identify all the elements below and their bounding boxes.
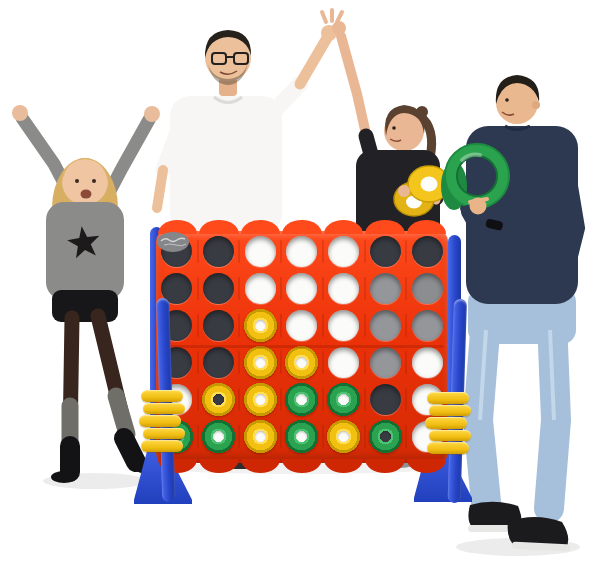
stacked-yellow-ring[interactable] [425, 417, 467, 429]
scallop-bump [407, 459, 446, 473]
hole [286, 236, 317, 267]
hole [328, 347, 359, 378]
cell-r5c5[interactable] [323, 381, 365, 418]
hole [245, 236, 276, 267]
yellow-ring[interactable] [243, 308, 278, 343]
hole [245, 273, 276, 304]
cell-r2c4[interactable] [281, 270, 323, 307]
cell-r4c3[interactable] [239, 344, 281, 381]
stacked-yellow-ring[interactable] [143, 428, 185, 440]
hole [370, 421, 401, 452]
cell-r6c5[interactable] [323, 418, 365, 455]
green-ring[interactable] [368, 419, 403, 454]
green-ring[interactable] [201, 419, 236, 454]
yellow-ring[interactable] [326, 419, 361, 454]
stacked-yellow-ring[interactable] [143, 403, 185, 415]
cell-r5c6[interactable] [365, 381, 407, 418]
cell-r5c2[interactable] [198, 381, 240, 418]
cell-r3c6[interactable] [365, 307, 407, 344]
yellow-ring[interactable] [243, 345, 278, 380]
cell-r3c2[interactable] [198, 307, 240, 344]
cell-r3c4[interactable] [281, 307, 323, 344]
cell-r6c3[interactable] [239, 418, 281, 455]
cell-r6c6[interactable] [365, 418, 407, 455]
scallop-bump [241, 220, 280, 234]
yellow-ring[interactable] [284, 345, 319, 380]
scallop-bump [282, 220, 321, 234]
cell-r2c2[interactable] [198, 270, 240, 307]
cell-r6c4[interactable] [281, 418, 323, 455]
cell-r4c4[interactable] [281, 344, 323, 381]
cell-r2c3[interactable] [239, 270, 281, 307]
hole [328, 273, 359, 304]
hole [286, 310, 317, 341]
hole [203, 273, 234, 304]
hole [412, 236, 443, 267]
hole [328, 384, 359, 415]
scallop-bump [282, 459, 321, 473]
hole [203, 384, 234, 415]
scallop-bump [324, 459, 363, 473]
product-photo-scene [0, 0, 600, 583]
green-ring[interactable] [284, 419, 319, 454]
hole [203, 347, 234, 378]
cell-r3c5[interactable] [323, 307, 365, 344]
cell-r4c2[interactable] [198, 344, 240, 381]
right-ring-stack [427, 392, 469, 454]
hole [370, 273, 401, 304]
cell-r6c2[interactable] [198, 418, 240, 455]
stacked-yellow-ring[interactable] [427, 392, 469, 404]
hole [245, 347, 276, 378]
scallop-bump [324, 220, 363, 234]
cell-r1c5[interactable] [323, 233, 365, 270]
hole [286, 273, 317, 304]
hole [328, 310, 359, 341]
hole [412, 347, 443, 378]
scallop-bump [407, 220, 446, 234]
cell-r1c1[interactable] [156, 233, 198, 270]
hole [245, 310, 276, 341]
stacked-yellow-ring[interactable] [429, 430, 471, 442]
scallop-bump [365, 220, 404, 234]
scallop-bump [199, 220, 238, 234]
hole [328, 421, 359, 452]
stacked-yellow-ring[interactable] [141, 390, 183, 402]
cell-r4c5[interactable] [323, 344, 365, 381]
stacked-yellow-ring[interactable] [139, 415, 181, 427]
hole [370, 384, 401, 415]
cell-r1c4[interactable] [281, 233, 323, 270]
hole [286, 384, 317, 415]
scallop-bump [158, 220, 197, 234]
hole [245, 384, 276, 415]
hole [203, 421, 234, 452]
cell-r2c5[interactable] [323, 270, 365, 307]
cell-r1c7[interactable] [406, 233, 448, 270]
left-ring-stack [141, 390, 183, 452]
green-ring[interactable] [284, 382, 319, 417]
hole [203, 236, 234, 267]
stacked-yellow-ring[interactable] [427, 442, 469, 454]
cell-r1c2[interactable] [198, 233, 240, 270]
hole [370, 347, 401, 378]
yellow-ring[interactable] [243, 419, 278, 454]
green-ring[interactable] [326, 382, 361, 417]
cell-r4c7[interactable] [406, 344, 448, 381]
hole [412, 273, 443, 304]
cell-r5c3[interactable] [239, 381, 281, 418]
hole [370, 236, 401, 267]
board-top-scallops [158, 220, 446, 234]
cell-r2c7[interactable] [406, 270, 448, 307]
stacked-yellow-ring[interactable] [429, 405, 471, 417]
cell-r4c6[interactable] [365, 344, 407, 381]
cell-r1c3[interactable] [239, 233, 281, 270]
hole [328, 236, 359, 267]
cell-r2c6[interactable] [365, 270, 407, 307]
stacked-yellow-ring[interactable] [141, 440, 183, 452]
cell-r3c3[interactable] [239, 307, 281, 344]
scallop-bump [365, 459, 404, 473]
board-bottom-scallops [158, 459, 446, 473]
yellow-ring[interactable] [201, 382, 236, 417]
cell-r3c7[interactable] [406, 307, 448, 344]
hole [245, 421, 276, 452]
scallop-bump [241, 459, 280, 473]
cell-r1c6[interactable] [365, 233, 407, 270]
hole [412, 310, 443, 341]
yellow-ring[interactable] [243, 382, 278, 417]
hole [286, 347, 317, 378]
hole [286, 421, 317, 452]
cell-r5c4[interactable] [281, 381, 323, 418]
board-grid [156, 233, 448, 455]
hole [370, 310, 401, 341]
scallop-bump [199, 459, 238, 473]
connect-four-assembly [0, 0, 600, 583]
connect-four-board [156, 231, 448, 463]
hole [203, 310, 234, 341]
hole [161, 236, 192, 267]
